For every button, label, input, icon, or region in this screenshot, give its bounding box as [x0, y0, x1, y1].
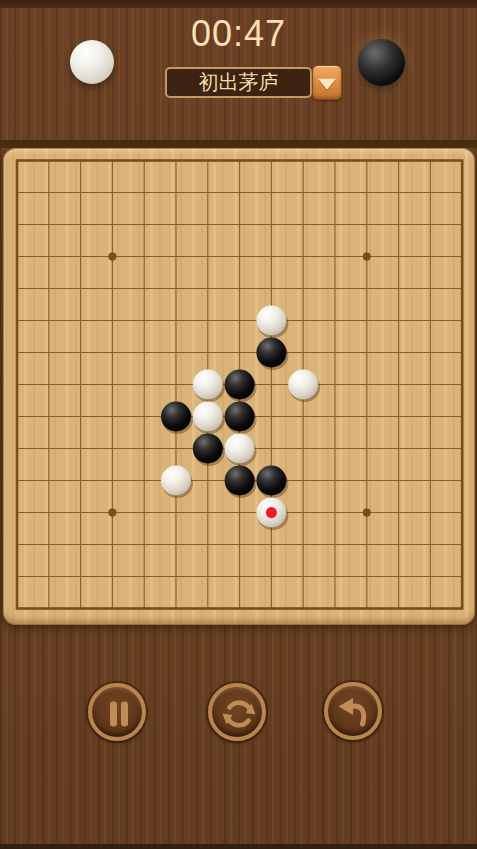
- dropdown-arrow-icon: [318, 78, 336, 89]
- gomoku-board[interactable]: [3, 148, 475, 625]
- star-point: [108, 508, 116, 516]
- stone-black: [256, 466, 286, 496]
- star-point: [363, 252, 371, 260]
- star-point: [108, 252, 116, 260]
- last-move-marker: [266, 507, 277, 518]
- stone-black: [225, 402, 255, 432]
- level-label: 初出茅庐: [199, 71, 279, 93]
- refresh-icon: [218, 693, 260, 735]
- board-divider: [0, 140, 477, 148]
- bottom-edge-strip: [0, 844, 477, 849]
- stone-black: [256, 338, 286, 368]
- stone-white: [193, 370, 223, 400]
- stone-black: [225, 370, 255, 400]
- app-screen: 00:47 初出茅庐: [0, 0, 477, 849]
- board-grid: [3, 148, 475, 625]
- top-edge-strip: [0, 0, 477, 8]
- stone-white: [288, 370, 318, 400]
- undo-icon: [334, 692, 376, 734]
- stone-black: [193, 434, 223, 464]
- stone-white: [225, 434, 255, 464]
- pause-icon: [98, 693, 140, 735]
- stone-white: [256, 306, 286, 336]
- stone-white: [161, 466, 191, 496]
- timer: 00:47: [0, 13, 477, 55]
- restart-button[interactable]: [208, 683, 266, 741]
- level-dropdown[interactable]: 初出茅庐: [165, 67, 312, 98]
- pause-button[interactable]: [88, 683, 146, 741]
- level-dropdown-button[interactable]: [312, 65, 342, 100]
- star-point: [363, 508, 371, 516]
- black-player-stone: [358, 39, 405, 86]
- stone-white: [193, 402, 223, 432]
- stone-black: [225, 466, 255, 496]
- stone-black: [161, 402, 191, 432]
- undo-button[interactable]: [324, 682, 382, 740]
